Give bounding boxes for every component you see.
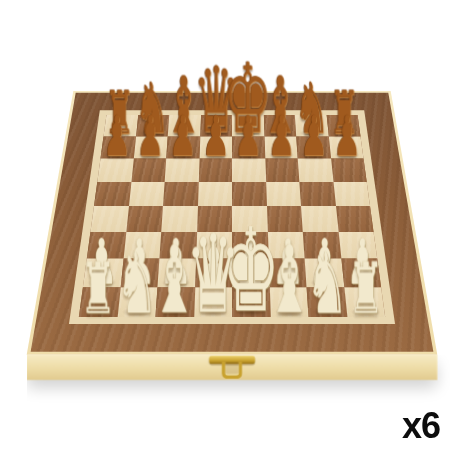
square-g5 [299, 182, 335, 206]
square-g7: ♟ [296, 136, 330, 158]
square-f7: ♟ [264, 136, 298, 158]
piece-black-pawn: ♟ [202, 109, 230, 164]
square-c7: ♟ [166, 136, 200, 158]
square-e6 [232, 158, 266, 181]
piece-black-pawn: ♟ [169, 109, 197, 164]
piece-black-pawn: ♟ [235, 109, 263, 164]
box-front-edge [27, 355, 438, 380]
piece-white-rook: ♜ [348, 253, 384, 324]
square-e7: ♟ [232, 136, 265, 158]
clasp-loop [222, 362, 243, 379]
piece-black-pawn: ♟ [136, 109, 164, 164]
quantity-badge: x6 [402, 405, 440, 447]
square-a5 [94, 182, 131, 206]
square-h6 [331, 158, 367, 181]
playing-area: ♜♞♝♛♚♝♞♜♟♟♟♟♟♟♟♟♟♟♟♟♟♟♟♟♜♞♝♛♚♝♞♜ [69, 110, 395, 324]
piece-white-knight: ♞ [115, 241, 157, 325]
piece-white-rook: ♜ [81, 253, 117, 324]
piece-black-pawn: ♟ [103, 109, 131, 164]
square-b6 [131, 158, 166, 181]
square-d1: ♛ [194, 287, 232, 317]
square-d7: ♟ [199, 136, 232, 158]
piece-white-knight: ♞ [306, 241, 348, 325]
square-b1: ♞ [117, 287, 157, 317]
square-c5 [163, 182, 198, 206]
square-h5 [333, 182, 370, 206]
piece-white-bishop: ♝ [151, 233, 198, 326]
square-g1: ♞ [307, 287, 347, 317]
square-c6 [165, 158, 199, 181]
square-d6 [198, 158, 232, 181]
walnut-frame: ♜♞♝♛♚♝♞♜♟♟♟♟♟♟♟♟♟♟♟♟♟♟♟♟♜♞♝♛♚♝♞♜ [31, 93, 434, 352]
product-photo: ♜♞♝♛♚♝♞♜♟♟♟♟♟♟♟♟♟♟♟♟♟♟♟♟♜♞♝♛♚♝♞♜ x6 [0, 0, 450, 450]
square-h1: ♜ [344, 287, 385, 317]
square-f6 [265, 158, 299, 181]
square-f1: ♝ [269, 287, 308, 317]
square-a7: ♟ [100, 136, 135, 158]
square-h7: ♟ [328, 136, 363, 158]
square-g6 [298, 158, 333, 181]
square-b5 [129, 182, 165, 206]
square-b7: ♟ [133, 136, 167, 158]
square-c1: ♝ [155, 287, 194, 317]
piece-black-pawn: ♟ [267, 109, 295, 164]
brass-clasp-icon [209, 356, 255, 378]
square-a6 [97, 158, 133, 181]
chess-board: ♜♞♝♛♚♝♞♜♟♟♟♟♟♟♟♟♟♟♟♟♟♟♟♟♜♞♝♛♚♝♞♜ [27, 91, 438, 355]
piece-black-pawn: ♟ [333, 109, 361, 164]
piece-black-pawn: ♟ [300, 109, 328, 164]
square-a1: ♜ [79, 287, 120, 317]
